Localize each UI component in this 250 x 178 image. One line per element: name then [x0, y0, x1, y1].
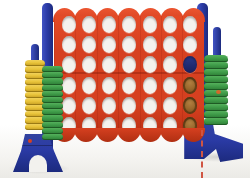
empty-hole [122, 16, 136, 33]
connect-four-product-scene [0, 0, 250, 178]
empty-hole [163, 77, 177, 94]
cell-r4-c4[interactable] [119, 75, 139, 95]
cell-r3-c2[interactable] [79, 55, 99, 75]
green-disc [42, 85, 63, 91]
empty-hole [163, 97, 177, 114]
release-cord [201, 130, 203, 178]
cell-r1-c7[interactable] [180, 14, 200, 34]
green-disc [204, 69, 228, 76]
left-foot-arch-cutout [29, 155, 47, 175]
green-disc [42, 122, 63, 128]
empty-hole [143, 77, 157, 94]
empty-hole [102, 97, 116, 114]
cell-r1-c5[interactable] [140, 14, 160, 34]
cell-r1-c2[interactable] [79, 14, 99, 34]
green-disc [42, 91, 63, 97]
empty-hole [102, 77, 116, 94]
green-disc [42, 134, 63, 140]
cell-r4-c5[interactable] [140, 75, 160, 95]
cell-r4-c2[interactable] [79, 75, 99, 95]
scallop-bump [160, 128, 183, 142]
empty-hole [143, 97, 157, 114]
empty-hole [82, 16, 96, 33]
cell-r1-c4[interactable] [119, 14, 139, 34]
cell-r2-c1[interactable] [59, 34, 79, 54]
empty-hole [82, 56, 96, 73]
cell-r4-c7[interactable] [180, 75, 200, 95]
empty-hole [183, 16, 197, 33]
cell-r5-c7[interactable] [180, 95, 200, 115]
cell-r3-c7[interactable] [180, 55, 200, 75]
cell-r1-c1[interactable] [59, 14, 79, 34]
cell-r2-c4[interactable] [119, 34, 139, 54]
cell-r1-c6[interactable] [160, 14, 180, 34]
empty-hole [62, 97, 76, 114]
empty-hole [62, 16, 76, 33]
cell-r2-c2[interactable] [79, 34, 99, 54]
brand-logo-dot [28, 139, 32, 143]
empty-hole [163, 56, 177, 73]
scallop-bump [139, 128, 162, 142]
board-bottom-scalloped-edge [54, 128, 204, 142]
empty-hole [62, 36, 76, 53]
empty-hole [102, 36, 116, 53]
cell-r5-c4[interactable] [119, 95, 139, 115]
green-disc [204, 83, 228, 90]
green-disc-tray-left[interactable] [42, 66, 63, 140]
sticker-dot [216, 90, 221, 94]
cell-r1-c3[interactable] [99, 14, 119, 34]
empty-hole [122, 36, 136, 53]
cell-r2-c3[interactable] [99, 34, 119, 54]
connect-four-board [54, 8, 204, 142]
cell-r5-c6[interactable] [160, 95, 180, 115]
cell-r3-c6[interactable] [160, 55, 180, 75]
green-disc [42, 128, 63, 134]
empty-hole [163, 16, 177, 33]
empty-hole [82, 97, 96, 114]
green-disc [204, 76, 228, 83]
cell-r4-c6[interactable] [160, 75, 180, 95]
green-disc [204, 104, 228, 111]
scallop-bump [74, 128, 97, 142]
empty-hole [122, 56, 136, 73]
cell-r3-c3[interactable] [99, 55, 119, 75]
green-disc [204, 62, 228, 69]
empty-hole [102, 56, 116, 73]
green-disc [204, 118, 228, 125]
empty-hole [183, 36, 197, 53]
yellow-disc-in-slot [183, 77, 197, 94]
cell-r5-c5[interactable] [140, 95, 160, 115]
cell-r3-c5[interactable] [140, 55, 160, 75]
green-disc [204, 55, 228, 62]
yellow-disc-in-slot [183, 97, 197, 114]
cell-r5-c2[interactable] [79, 95, 99, 115]
empty-hole [163, 36, 177, 53]
empty-hole [82, 36, 96, 53]
cell-r2-c5[interactable] [140, 34, 160, 54]
empty-hole [122, 97, 136, 114]
cell-r5-c3[interactable] [99, 95, 119, 115]
empty-hole [82, 77, 96, 94]
empty-hole [62, 56, 76, 73]
scallop-bump [117, 128, 140, 142]
empty-hole [62, 77, 76, 94]
cell-r2-c6[interactable] [160, 34, 180, 54]
green-disc [42, 115, 63, 121]
empty-hole [122, 77, 136, 94]
green-disc [42, 78, 63, 84]
board-grid [59, 14, 200, 136]
empty-hole [143, 56, 157, 73]
empty-hole [102, 16, 116, 33]
scallop-bump [96, 128, 119, 142]
empty-hole [143, 16, 157, 33]
green-disc [204, 111, 228, 118]
empty-hole [143, 36, 157, 53]
green-disc [204, 97, 228, 104]
cell-r4-c3[interactable] [99, 75, 119, 95]
cell-r3-c4[interactable] [119, 55, 139, 75]
empty-hole-blue-backdrop [183, 56, 197, 73]
cell-r2-c7[interactable] [180, 34, 200, 54]
